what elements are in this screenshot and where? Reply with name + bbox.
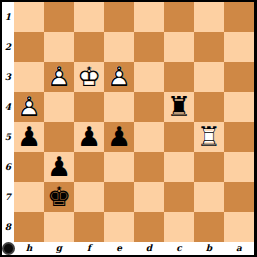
square-e7[interactable] <box>104 182 134 212</box>
black-pawn[interactable]: ♟ <box>14 122 44 152</box>
square-d7[interactable] <box>134 182 164 212</box>
rank-label-6: 6 <box>2 152 14 182</box>
piece-outline-glyph: ♙ <box>14 91 44 121</box>
square-h3[interactable] <box>14 62 44 92</box>
square-c7[interactable] <box>164 182 194 212</box>
square-e4[interactable] <box>104 92 134 122</box>
square-b3[interactable] <box>194 62 224 92</box>
square-d2[interactable] <box>134 32 164 62</box>
black-rook[interactable]: ♜ <box>164 92 194 122</box>
square-b5[interactable]: ♜♖ <box>194 122 224 152</box>
square-c6[interactable] <box>164 152 194 182</box>
rank-label-8: 8 <box>2 212 14 242</box>
square-d3[interactable] <box>134 62 164 92</box>
rank-label-5: 5 <box>2 122 14 152</box>
square-a8[interactable] <box>224 212 254 242</box>
white-pawn[interactable]: ♟♙ <box>44 62 74 92</box>
square-h4[interactable]: ♟♙ <box>14 92 44 122</box>
white-rook[interactable]: ♜♖ <box>194 122 224 152</box>
square-e5[interactable]: ♟ <box>104 122 134 152</box>
square-e1[interactable] <box>104 2 134 32</box>
square-g8[interactable] <box>44 212 74 242</box>
square-c1[interactable] <box>164 2 194 32</box>
piece-outline-glyph: ♙ <box>104 61 134 91</box>
square-h5[interactable]: ♟ <box>14 122 44 152</box>
square-f4[interactable] <box>74 92 104 122</box>
black-pawn[interactable]: ♟ <box>44 152 74 182</box>
rank-labels: 12345678 <box>2 2 14 242</box>
square-g7[interactable]: ♚ <box>44 182 74 212</box>
square-a7[interactable] <box>224 182 254 212</box>
square-a3[interactable] <box>224 62 254 92</box>
square-h2[interactable] <box>14 32 44 62</box>
square-b8[interactable] <box>194 212 224 242</box>
rank-label-1: 1 <box>2 2 14 32</box>
piece-outline-glyph: ♖ <box>194 121 224 151</box>
square-c3[interactable] <box>164 62 194 92</box>
rank-label-7: 7 <box>2 182 14 212</box>
square-c5[interactable] <box>164 122 194 152</box>
piece-glyph: ♟ <box>14 121 44 151</box>
square-d1[interactable] <box>134 2 164 32</box>
black-king[interactable]: ♚ <box>44 182 74 212</box>
square-a4[interactable] <box>224 92 254 122</box>
square-a1[interactable] <box>224 2 254 32</box>
square-a2[interactable] <box>224 32 254 62</box>
piece-glyph: ♟ <box>44 151 74 181</box>
piece-outline-glyph: ♙ <box>44 61 74 91</box>
chess-board: ♟♙♚♔♟♙♟♙♜♟♟♟♜♖♟♚ <box>14 2 254 242</box>
square-d8[interactable] <box>134 212 164 242</box>
square-e2[interactable] <box>104 32 134 62</box>
white-king[interactable]: ♚♔ <box>74 62 104 92</box>
square-h1[interactable] <box>14 2 44 32</box>
square-g4[interactable] <box>44 92 74 122</box>
square-b1[interactable] <box>194 2 224 32</box>
file-label-g: g <box>44 242 74 255</box>
piece-outline-glyph: ♔ <box>74 61 104 91</box>
square-f8[interactable] <box>74 212 104 242</box>
square-g1[interactable] <box>44 2 74 32</box>
square-e8[interactable] <box>104 212 134 242</box>
file-label-c: c <box>164 242 194 255</box>
square-f5[interactable]: ♟ <box>74 122 104 152</box>
file-label-e: e <box>104 242 134 255</box>
square-f7[interactable] <box>74 182 104 212</box>
square-h7[interactable] <box>14 182 44 212</box>
square-e6[interactable] <box>104 152 134 182</box>
square-f1[interactable] <box>74 2 104 32</box>
square-e3[interactable]: ♟♙ <box>104 62 134 92</box>
piece-glyph: ♟ <box>104 121 134 151</box>
file-label-f: f <box>74 242 104 255</box>
white-pawn[interactable]: ♟♙ <box>14 92 44 122</box>
square-g2[interactable] <box>44 32 74 62</box>
square-f6[interactable] <box>74 152 104 182</box>
square-f2[interactable] <box>74 32 104 62</box>
square-c8[interactable] <box>164 212 194 242</box>
square-g6[interactable]: ♟ <box>44 152 74 182</box>
black-pawn[interactable]: ♟ <box>104 122 134 152</box>
piece-glyph: ♜ <box>164 91 194 121</box>
white-pawn[interactable]: ♟♙ <box>104 62 134 92</box>
file-label-d: d <box>134 242 164 255</box>
square-h6[interactable] <box>14 152 44 182</box>
chess-diagram: 12345678 ♟♙♚♔♟♙♟♙♜♟♟♟♜♖♟♚ hgfedcba <box>0 0 257 257</box>
square-d6[interactable] <box>134 152 164 182</box>
file-label-a: a <box>224 242 254 255</box>
square-b7[interactable] <box>194 182 224 212</box>
file-labels: hgfedcba <box>14 242 254 255</box>
square-c4[interactable]: ♜ <box>164 92 194 122</box>
file-label-h: h <box>14 242 44 255</box>
black-pawn[interactable]: ♟ <box>74 122 104 152</box>
piece-glyph: ♟ <box>74 121 104 151</box>
square-f3[interactable]: ♚♔ <box>74 62 104 92</box>
square-g5[interactable] <box>44 122 74 152</box>
rank-label-3: 3 <box>2 62 14 92</box>
square-h8[interactable] <box>14 212 44 242</box>
square-b2[interactable] <box>194 32 224 62</box>
rank-label-4: 4 <box>2 92 14 122</box>
diagram-content: 12345678 ♟♙♚♔♟♙♟♙♜♟♟♟♜♖♟♚ hgfedcba <box>2 2 254 255</box>
square-c2[interactable] <box>164 32 194 62</box>
rank-label-2: 2 <box>2 32 14 62</box>
file-label-b: b <box>194 242 224 255</box>
square-a5[interactable] <box>224 122 254 152</box>
square-a6[interactable] <box>224 152 254 182</box>
square-d5[interactable] <box>134 122 164 152</box>
bottom-margin: hgfedcba <box>2 242 254 255</box>
piece-glyph: ♚ <box>44 181 74 211</box>
square-b6[interactable] <box>194 152 224 182</box>
square-d4[interactable] <box>134 92 164 122</box>
square-g3[interactable]: ♟♙ <box>44 62 74 92</box>
square-b4[interactable] <box>194 92 224 122</box>
